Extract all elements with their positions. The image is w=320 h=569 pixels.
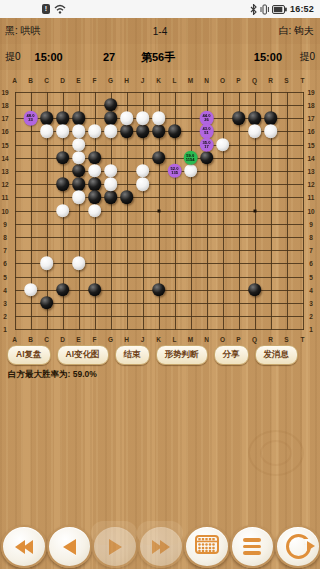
count-button[interactable]	[184, 525, 230, 568]
ai-hint-text: 43.051	[203, 127, 211, 135]
black-stone-D4[interactable]	[56, 283, 70, 297]
move-number-label: 第56手	[141, 50, 175, 65]
coord-letter-bottom: P	[236, 336, 240, 343]
sim-alert-icon: !	[42, 4, 50, 14]
go-app-screen: ! 16:52 黑: 哄哄	[0, 0, 320, 569]
winrate-text: 白方最大胜率为: 59.0%	[8, 369, 97, 381]
ai-hint-L13[interactable]: 52.0135	[167, 164, 182, 179]
black-player-label: 黑: 哄哄	[5, 24, 41, 38]
coord-number-left: 15	[1, 141, 8, 148]
white-stone-F16[interactable]	[88, 125, 102, 139]
black-stone-C3[interactable]	[40, 296, 54, 310]
coord-number-right: 15	[307, 141, 314, 148]
coord-letter-bottom: K	[156, 336, 161, 343]
white-stone-Q16[interactable]	[248, 125, 262, 139]
coord-letter-bottom: L	[173, 336, 177, 343]
star-point-K10	[157, 209, 160, 212]
coord-number-right: 1	[309, 326, 313, 333]
redo-circle-icon	[286, 534, 311, 559]
coord-letter-top: A	[12, 76, 17, 83]
grid-line-horizontal	[15, 263, 304, 264]
grid-line-horizontal	[15, 316, 304, 317]
white-stone-G13[interactable]	[104, 164, 118, 178]
coord-number-left: 12	[1, 181, 8, 188]
coord-letter-top: E	[76, 76, 80, 83]
coord-number-right: 9	[309, 220, 313, 227]
white-stone-E16[interactable]	[72, 125, 86, 139]
coord-letter-bottom: C	[44, 336, 49, 343]
left-arrow-icon	[63, 539, 76, 555]
coord-number-right: 13	[307, 167, 314, 174]
coord-letter-bottom: N	[204, 336, 209, 343]
white-player-name: 钩夫	[294, 25, 314, 36]
white-clock: 15:00	[254, 51, 282, 63]
coord-letter-bottom: D	[60, 336, 65, 343]
menu-bars-icon	[243, 538, 261, 555]
ai-review-button[interactable]: AI复盘	[7, 345, 51, 365]
coord-letter-top: J	[141, 76, 145, 83]
coord-letter-top: N	[204, 76, 209, 83]
coord-letter-bottom: A	[12, 336, 17, 343]
byoyomi-counter: 27	[103, 51, 115, 63]
coord-letter-bottom: S	[284, 336, 288, 343]
white-stone-C6[interactable]	[40, 257, 54, 271]
vibrate-icon	[260, 4, 269, 15]
black-stone-J16[interactable]	[136, 125, 150, 139]
coord-letter-bottom: T	[301, 336, 305, 343]
double-right-arrow-icon	[152, 540, 170, 554]
white-stone-H17[interactable]	[120, 111, 134, 125]
star-point-Q10	[253, 209, 256, 212]
black-stone-F4[interactable]	[88, 283, 102, 297]
black-stone-D17[interactable]	[56, 111, 70, 125]
black-stone-D14[interactable]	[56, 151, 70, 165]
black-stone-K14[interactable]	[152, 151, 166, 165]
ai-hint-text: 48.033	[27, 114, 35, 122]
position-judge-button[interactable]: 形势判断	[156, 345, 208, 365]
ai-hint-text: 59.01154	[186, 154, 195, 162]
white-stone-B4[interactable]	[24, 283, 38, 297]
status-right-icons: 16:52	[250, 4, 314, 15]
grid-line-vertical	[287, 92, 288, 331]
white-stone-J13[interactable]	[136, 164, 150, 178]
grid-line-horizontal	[15, 303, 304, 304]
grid-line-horizontal	[15, 277, 304, 278]
coord-letter-bottom: G	[108, 336, 113, 343]
wifi-icon	[54, 4, 66, 14]
coord-letter-bottom: O	[220, 336, 225, 343]
white-stone-E15[interactable]	[72, 138, 86, 152]
coord-letter-top: F	[93, 76, 97, 83]
white-stone-C16[interactable]	[40, 125, 54, 139]
white-stone-F10[interactable]	[88, 204, 102, 218]
goban[interactable]: AA1919BB1818CC1717DD1616EE1515FF1414GG13…	[0, 70, 320, 345]
fast-forward-button	[138, 525, 184, 568]
coord-number-left: 3	[3, 299, 7, 306]
white-stone-R16[interactable]	[264, 125, 278, 139]
black-player-name: 哄哄	[21, 25, 41, 36]
coord-number-right: 12	[307, 181, 314, 188]
share-button[interactable]: 分享	[214, 345, 249, 365]
wood-watermark	[248, 430, 304, 476]
white-player-label: 白: 钩夫	[278, 24, 314, 38]
ai-hint-text: 52.0135	[171, 167, 179, 175]
coord-number-left: 18	[1, 101, 8, 108]
white-stone-D16[interactable]	[56, 125, 70, 139]
white-stone-F13[interactable]	[88, 164, 102, 178]
player-row: 黑: 哄哄 1-4 白: 钩夫	[0, 18, 320, 44]
coord-letter-top: P	[236, 76, 240, 83]
status-left-icons: !	[42, 4, 66, 14]
black-stone-E17[interactable]	[72, 111, 86, 125]
black-stone-E13[interactable]	[72, 164, 86, 178]
coord-letter-top: Q	[252, 76, 257, 83]
black-stone-G17[interactable]	[104, 111, 118, 125]
black-stone-G11[interactable]	[104, 191, 118, 205]
black-stone-H16[interactable]	[120, 125, 134, 139]
coord-number-right: 2	[309, 313, 313, 320]
coord-number-right: 3	[309, 299, 313, 306]
grid-line-horizontal	[15, 250, 304, 251]
black-clock: 15:00	[35, 51, 63, 63]
coord-letter-top: L	[173, 76, 177, 83]
black-stone-P17[interactable]	[232, 111, 246, 125]
status-bar: ! 16:52	[0, 0, 320, 18]
ai-button-row: AI复盘AI变化图结束形势判断分享发消息	[0, 345, 320, 365]
coord-number-left: 2	[3, 313, 7, 320]
coord-letter-top: G	[108, 76, 113, 83]
white-stone-M13[interactable]	[184, 164, 198, 178]
coord-number-left: 8	[3, 233, 7, 240]
grid-line-horizontal	[15, 237, 304, 238]
white-stone-E11[interactable]	[72, 191, 86, 205]
white-captures: 提0	[299, 50, 315, 64]
coord-number-left: 4	[3, 286, 7, 293]
bluetooth-icon	[250, 4, 257, 15]
black-stone-G18[interactable]	[104, 98, 118, 112]
coord-letter-bottom: E	[76, 336, 80, 343]
coord-number-right: 7	[309, 247, 313, 254]
coord-letter-bottom: Q	[252, 336, 257, 343]
coord-letter-bottom: H	[124, 336, 129, 343]
coord-letter-bottom: J	[141, 336, 145, 343]
step-forward-button	[92, 525, 138, 568]
grid-line-horizontal	[15, 224, 304, 225]
black-stone-K16[interactable]	[152, 125, 166, 139]
ai-variation-button[interactable]: AI变化图	[57, 345, 109, 365]
bottom-nav	[0, 524, 320, 569]
rewind-to-start-button[interactable]	[1, 525, 47, 568]
coord-number-left: 1	[3, 326, 7, 333]
coord-letter-top: R	[268, 76, 273, 83]
white-stone-J17[interactable]	[136, 111, 150, 125]
coord-letter-top: C	[44, 76, 49, 83]
coord-number-left: 7	[3, 247, 7, 254]
coord-number-left: 16	[1, 128, 8, 135]
black-stone-Q17[interactable]	[248, 111, 262, 125]
round-indicator: 1-4	[153, 26, 167, 37]
coord-number-left: 6	[3, 260, 7, 267]
double-left-arrow-icon	[15, 540, 33, 554]
coord-letter-top: S	[284, 76, 288, 83]
black-stone-F11[interactable]	[88, 191, 102, 205]
black-stone-F12[interactable]	[88, 177, 102, 191]
coord-letter-bottom: M	[188, 336, 193, 343]
coord-number-left: 14	[1, 154, 8, 161]
coord-number-right: 11	[308, 194, 315, 201]
ai-hint-B17[interactable]: 48.033	[23, 111, 38, 126]
coord-number-right: 16	[307, 128, 314, 135]
coord-number-left: 17	[1, 115, 8, 122]
coord-letter-bottom: R	[268, 336, 273, 343]
black-stone-D12[interactable]	[56, 177, 70, 191]
white-stone-O15[interactable]	[216, 138, 230, 152]
coord-number-right: 4	[309, 286, 313, 293]
black-captures: 提0	[5, 50, 21, 64]
coord-number-right: 6	[309, 260, 313, 267]
white-stone-K17[interactable]	[152, 111, 166, 125]
black-stone-F14[interactable]	[88, 151, 102, 165]
coord-number-right: 17	[307, 115, 314, 122]
coord-number-left: 13	[1, 167, 8, 174]
coord-number-right: 19	[307, 88, 314, 95]
grid-line-vertical	[239, 92, 240, 331]
clock-row: 提0 15:00 27 第56手 15:00 提0	[0, 44, 320, 70]
coord-number-right: 18	[307, 101, 314, 108]
step-back-button[interactable]	[47, 525, 93, 568]
black-stone-E12[interactable]	[72, 177, 86, 191]
grid-line-vertical	[223, 92, 224, 331]
coord-number-left: 5	[3, 273, 7, 280]
grid-line-vertical	[191, 92, 192, 331]
black-stone-H11[interactable]	[120, 191, 134, 205]
black-stone-L16[interactable]	[168, 125, 182, 139]
ai-hint-text: 44.026	[203, 114, 211, 122]
black-stone-C17[interactable]	[40, 111, 54, 125]
right-arrow-icon	[109, 539, 122, 555]
abacus-icon	[195, 535, 219, 558]
coord-number-left: 19	[1, 88, 8, 95]
white-stone-G12[interactable]	[104, 177, 118, 191]
black-stone-Q4[interactable]	[248, 283, 262, 297]
white-stone-G16[interactable]	[104, 125, 118, 139]
battery-icon	[272, 5, 287, 14]
coord-letter-bottom: F	[93, 336, 97, 343]
white-stone-J12[interactable]	[136, 177, 150, 191]
send-message-button[interactable]: 发消息	[255, 345, 299, 365]
black-stone-N14[interactable]	[200, 151, 214, 165]
ai-hint-M14[interactable]: 59.01154	[183, 150, 198, 165]
coord-number-right: 14	[307, 154, 314, 161]
coord-letter-top: M	[188, 76, 193, 83]
clock-time: 16:52	[290, 4, 314, 14]
coord-number-right: 5	[309, 273, 313, 280]
black-stone-K4[interactable]	[152, 283, 166, 297]
coord-letter-top: H	[124, 76, 129, 83]
coord-letter-top: B	[28, 76, 33, 83]
ai-hint-N15[interactable]: 35.017	[199, 137, 214, 152]
grid-line-horizontal	[15, 329, 304, 330]
coord-number-left: 9	[3, 220, 7, 227]
white-stone-E6[interactable]	[72, 257, 86, 271]
coord-letter-top: T	[301, 76, 305, 83]
coord-letter-top: K	[156, 76, 161, 83]
menu-button[interactable]	[230, 525, 276, 568]
black-stone-R17[interactable]	[264, 111, 278, 125]
coord-letter-top: D	[60, 76, 65, 83]
coord-letter-top: O	[220, 76, 225, 83]
coord-number-left: 10	[1, 207, 8, 214]
pass-redo-button[interactable]	[275, 525, 320, 568]
white-stone-D10[interactable]	[56, 204, 70, 218]
grid-line-vertical	[303, 92, 304, 331]
white-stone-E14[interactable]	[72, 151, 86, 165]
coord-number-right: 8	[309, 233, 313, 240]
coord-letter-bottom: B	[28, 336, 33, 343]
coord-number-right: 10	[307, 207, 314, 214]
coord-number-left: 11	[2, 194, 9, 201]
end-button[interactable]: 结束	[115, 345, 150, 365]
ai-hint-text: 35.017	[203, 140, 211, 148]
